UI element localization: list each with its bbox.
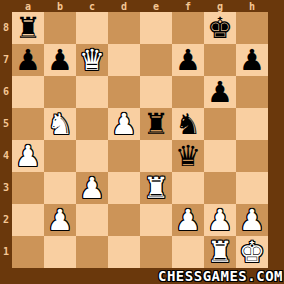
square-d5[interactable]: ♟ — [108, 108, 140, 140]
piece-white-rook[interactable]: ♜ — [140, 172, 172, 204]
square-h2[interactable]: ♟ — [236, 204, 268, 236]
square-g8[interactable]: ♚ — [204, 12, 236, 44]
square-h8[interactable] — [236, 12, 268, 44]
square-e2[interactable] — [140, 204, 172, 236]
square-g1[interactable]: ♜ — [204, 236, 236, 268]
square-a1[interactable] — [12, 236, 44, 268]
piece-white-pawn[interactable]: ♟ — [44, 204, 76, 236]
rank-label-4: 4 — [0, 140, 12, 172]
square-c3[interactable]: ♟ — [76, 172, 108, 204]
rank-label-6: 6 — [0, 76, 12, 108]
square-f3[interactable] — [172, 172, 204, 204]
piece-black-pawn[interactable]: ♟ — [12, 44, 44, 76]
rank-label-2: 2 — [0, 204, 12, 236]
rank-label-1: 1 — [0, 236, 12, 268]
square-g3[interactable] — [204, 172, 236, 204]
square-f4[interactable]: ♛ — [172, 140, 204, 172]
rank-label-8: 8 — [0, 12, 12, 44]
square-e8[interactable] — [140, 12, 172, 44]
square-a7[interactable]: ♟ — [12, 44, 44, 76]
square-b6[interactable] — [44, 76, 76, 108]
piece-white-rook[interactable]: ♜ — [204, 236, 236, 268]
piece-black-knight[interactable]: ♞ — [172, 108, 204, 140]
piece-white-queen[interactable]: ♛ — [76, 44, 108, 76]
square-g7[interactable] — [204, 44, 236, 76]
square-d2[interactable] — [108, 204, 140, 236]
square-a8[interactable]: ♜ — [12, 12, 44, 44]
square-e6[interactable] — [140, 76, 172, 108]
square-g4[interactable] — [204, 140, 236, 172]
square-c6[interactable] — [76, 76, 108, 108]
square-a3[interactable] — [12, 172, 44, 204]
square-a4[interactable]: ♟ — [12, 140, 44, 172]
piece-black-rook[interactable]: ♜ — [140, 108, 172, 140]
square-h7[interactable]: ♟ — [236, 44, 268, 76]
square-a6[interactable] — [12, 76, 44, 108]
square-f1[interactable] — [172, 236, 204, 268]
square-f7[interactable]: ♟ — [172, 44, 204, 76]
square-d4[interactable] — [108, 140, 140, 172]
square-b7[interactable]: ♟ — [44, 44, 76, 76]
piece-black-pawn[interactable]: ♟ — [44, 44, 76, 76]
square-f8[interactable] — [172, 12, 204, 44]
square-h6[interactable] — [236, 76, 268, 108]
square-c5[interactable] — [76, 108, 108, 140]
square-f6[interactable] — [172, 76, 204, 108]
square-d1[interactable] — [108, 236, 140, 268]
square-b5[interactable]: ♞ — [44, 108, 76, 140]
square-c7[interactable]: ♛ — [76, 44, 108, 76]
square-h3[interactable] — [236, 172, 268, 204]
square-b1[interactable] — [44, 236, 76, 268]
square-e7[interactable] — [140, 44, 172, 76]
chess-diagram: abcdefgh 87654321 ♜♚♟♟♛♟♟♟♞♟♜♞♟♛♟♜♟♟♟♟♜♚… — [0, 0, 284, 284]
square-f2[interactable]: ♟ — [172, 204, 204, 236]
watermark: CHESSGAMES.COM — [158, 268, 283, 284]
square-g6[interactable]: ♟ — [204, 76, 236, 108]
square-b4[interactable] — [44, 140, 76, 172]
square-e5[interactable]: ♜ — [140, 108, 172, 140]
square-e3[interactable]: ♜ — [140, 172, 172, 204]
piece-white-knight[interactable]: ♞ — [44, 108, 76, 140]
piece-white-pawn[interactable]: ♟ — [108, 108, 140, 140]
piece-black-queen[interactable]: ♛ — [172, 140, 204, 172]
piece-white-king[interactable]: ♚ — [236, 236, 268, 268]
square-h5[interactable] — [236, 108, 268, 140]
piece-black-rook[interactable]: ♜ — [12, 12, 44, 44]
square-c1[interactable] — [76, 236, 108, 268]
square-g5[interactable] — [204, 108, 236, 140]
rank-labels: 87654321 — [0, 12, 12, 268]
square-c4[interactable] — [76, 140, 108, 172]
piece-white-pawn[interactable]: ♟ — [12, 140, 44, 172]
piece-white-pawn[interactable]: ♟ — [76, 172, 108, 204]
rank-label-3: 3 — [0, 172, 12, 204]
piece-black-king[interactable]: ♚ — [204, 12, 236, 44]
square-c2[interactable] — [76, 204, 108, 236]
square-b3[interactable] — [44, 172, 76, 204]
square-g2[interactable]: ♟ — [204, 204, 236, 236]
square-d6[interactable] — [108, 76, 140, 108]
piece-white-pawn[interactable]: ♟ — [236, 204, 268, 236]
square-h1[interactable]: ♚ — [236, 236, 268, 268]
square-c8[interactable] — [76, 12, 108, 44]
piece-black-pawn[interactable]: ♟ — [204, 76, 236, 108]
piece-black-pawn[interactable]: ♟ — [236, 44, 268, 76]
square-a2[interactable] — [12, 204, 44, 236]
square-d7[interactable] — [108, 44, 140, 76]
square-e1[interactable] — [140, 236, 172, 268]
piece-white-pawn[interactable]: ♟ — [172, 204, 204, 236]
square-h4[interactable] — [236, 140, 268, 172]
square-a5[interactable] — [12, 108, 44, 140]
square-d8[interactable] — [108, 12, 140, 44]
rank-label-5: 5 — [0, 108, 12, 140]
square-b2[interactable]: ♟ — [44, 204, 76, 236]
piece-black-pawn[interactable]: ♟ — [172, 44, 204, 76]
square-b8[interactable] — [44, 12, 76, 44]
chess-board: ♜♚♟♟♛♟♟♟♞♟♜♞♟♛♟♜♟♟♟♟♜♚ — [12, 12, 268, 268]
square-f5[interactable]: ♞ — [172, 108, 204, 140]
square-d3[interactable] — [108, 172, 140, 204]
piece-white-pawn[interactable]: ♟ — [204, 204, 236, 236]
square-e4[interactable] — [140, 140, 172, 172]
rank-label-7: 7 — [0, 44, 12, 76]
